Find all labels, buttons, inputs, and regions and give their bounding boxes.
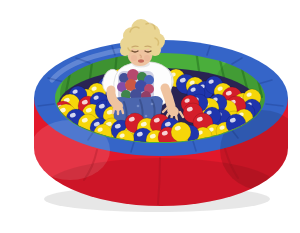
right-cheek bbox=[144, 55, 150, 61]
ball-pit-product-photo: Product photo: toddler with curly blonde… bbox=[0, 0, 300, 233]
tshirt-print bbox=[117, 69, 154, 101]
ball-y bbox=[171, 122, 191, 142]
scene-illustration: Product photo: toddler with curly blonde… bbox=[0, 0, 300, 233]
mouth bbox=[138, 59, 144, 62]
left-cheek bbox=[131, 55, 137, 61]
